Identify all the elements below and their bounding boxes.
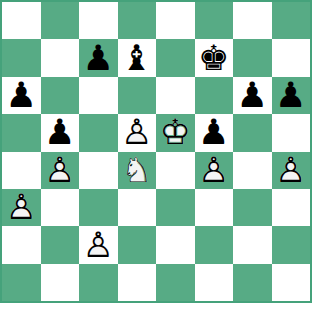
white-pawn-outline: ♙	[41, 152, 80, 189]
square-h1	[272, 264, 311, 301]
square-e1	[156, 264, 195, 301]
piece-black-pawn: ♟	[195, 114, 234, 151]
square-d6	[118, 77, 157, 114]
square-c7: ♟	[79, 39, 118, 76]
white-knight-outline: ♘	[118, 152, 157, 189]
square-d1	[118, 264, 157, 301]
piece-white-pawn: ♟♙	[195, 152, 234, 189]
square-c1	[79, 264, 118, 301]
black-bishop-glyph: ♝	[118, 39, 157, 76]
square-e5: ♚♔	[156, 114, 195, 151]
square-h4: ♟♙	[272, 152, 311, 189]
piece-black-pawn: ♟	[272, 77, 311, 114]
piece-white-pawn: ♟♙	[2, 189, 41, 226]
square-g7	[233, 39, 272, 76]
square-c6	[79, 77, 118, 114]
square-c4	[79, 152, 118, 189]
square-b3	[41, 189, 80, 226]
black-pawn-glyph: ♟	[41, 114, 80, 151]
square-b1	[41, 264, 80, 301]
square-f6	[195, 77, 234, 114]
square-d4: ♞♘	[118, 152, 157, 189]
black-king-glyph: ♚	[195, 39, 234, 76]
square-g5	[233, 114, 272, 151]
black-pawn-glyph: ♟	[272, 77, 311, 114]
black-pawn-glyph: ♟	[195, 114, 234, 151]
square-c3	[79, 189, 118, 226]
square-f1	[195, 264, 234, 301]
square-h3	[272, 189, 311, 226]
piece-black-pawn: ♟	[2, 77, 41, 114]
square-b7	[41, 39, 80, 76]
black-pawn-glyph: ♟	[233, 77, 272, 114]
piece-white-pawn: ♟♙	[79, 226, 118, 263]
white-pawn-outline: ♙	[79, 226, 118, 263]
square-e7	[156, 39, 195, 76]
square-c8	[79, 2, 118, 39]
piece-black-pawn: ♟	[41, 114, 80, 151]
square-f4: ♟♙	[195, 152, 234, 189]
piece-white-knight: ♞♘	[118, 152, 157, 189]
white-pawn-outline: ♙	[195, 152, 234, 189]
piece-white-pawn: ♟♙	[41, 152, 80, 189]
square-e8	[156, 2, 195, 39]
square-f2	[195, 226, 234, 263]
square-g1	[233, 264, 272, 301]
square-g6: ♟	[233, 77, 272, 114]
square-b4: ♟♙	[41, 152, 80, 189]
square-a1	[2, 264, 41, 301]
white-pawn-outline: ♙	[118, 114, 157, 151]
square-g2	[233, 226, 272, 263]
chess-board: ♟♝♚♟♟♟♟♟♙♚♔♟♟♙♞♘♟♙♟♙♟♙♟♙	[0, 0, 312, 303]
square-f5: ♟	[195, 114, 234, 151]
chess-diagram: ♟♝♚♟♟♟♟♟♙♚♔♟♟♙♞♘♟♙♟♙♟♙♟♙	[0, 0, 320, 309]
piece-black-pawn: ♟	[79, 39, 118, 76]
square-b8	[41, 2, 80, 39]
piece-black-king: ♚	[195, 39, 234, 76]
square-e6	[156, 77, 195, 114]
square-g4	[233, 152, 272, 189]
square-d3	[118, 189, 157, 226]
square-d5: ♟♙	[118, 114, 157, 151]
square-a8	[2, 2, 41, 39]
square-b2	[41, 226, 80, 263]
square-e4	[156, 152, 195, 189]
square-f3	[195, 189, 234, 226]
white-pawn-outline: ♙	[2, 189, 41, 226]
piece-white-pawn: ♟♙	[272, 152, 311, 189]
square-d2	[118, 226, 157, 263]
black-pawn-glyph: ♟	[79, 39, 118, 76]
white-pawn-outline: ♙	[272, 152, 311, 189]
square-a5	[2, 114, 41, 151]
square-c2: ♟♙	[79, 226, 118, 263]
square-h6: ♟	[272, 77, 311, 114]
square-a2	[2, 226, 41, 263]
square-h5	[272, 114, 311, 151]
white-king-outline: ♔	[156, 114, 195, 151]
square-a3: ♟♙	[2, 189, 41, 226]
square-a6: ♟	[2, 77, 41, 114]
square-a7	[2, 39, 41, 76]
black-pawn-glyph: ♟	[2, 77, 41, 114]
square-f7: ♚	[195, 39, 234, 76]
square-h8	[272, 2, 311, 39]
piece-white-pawn: ♟♙	[118, 114, 157, 151]
square-d8	[118, 2, 157, 39]
square-e3	[156, 189, 195, 226]
square-a4	[2, 152, 41, 189]
square-g8	[233, 2, 272, 39]
piece-black-pawn: ♟	[233, 77, 272, 114]
square-b5: ♟	[41, 114, 80, 151]
piece-white-king: ♚♔	[156, 114, 195, 151]
square-d7: ♝	[118, 39, 157, 76]
square-h7	[272, 39, 311, 76]
piece-black-bishop: ♝	[118, 39, 157, 76]
square-e2	[156, 226, 195, 263]
square-f8	[195, 2, 234, 39]
square-g3	[233, 189, 272, 226]
square-c5	[79, 114, 118, 151]
square-h2	[272, 226, 311, 263]
square-b6	[41, 77, 80, 114]
